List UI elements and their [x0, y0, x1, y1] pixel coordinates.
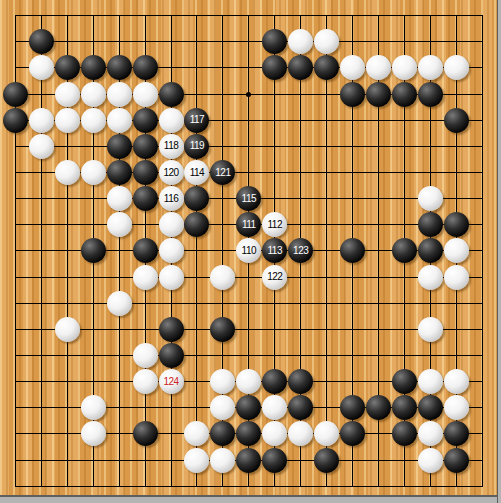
white-stone: 112 [262, 212, 287, 237]
move-number-label: 111 [242, 220, 256, 230]
white-stone [314, 29, 339, 54]
black-stone [444, 421, 469, 446]
move-number-label: 110 [242, 246, 256, 256]
go-app-window: 1171181191201141211161151111121101131231… [0, 0, 501, 503]
move-number-label: 123 [293, 246, 308, 256]
white-stone [133, 82, 158, 107]
black-stone [392, 238, 417, 263]
move-number-label: 115 [242, 194, 256, 204]
white-stone [262, 421, 287, 446]
black-stone [236, 448, 261, 473]
grid-line-horizontal [15, 277, 483, 278]
black-stone [133, 421, 158, 446]
black-stone [366, 82, 391, 107]
white-stone [133, 369, 158, 394]
white-stone [29, 134, 54, 159]
white-stone [444, 369, 469, 394]
white-stone [55, 317, 80, 342]
grid-line-vertical [482, 15, 483, 487]
black-stone [418, 395, 443, 420]
black-stone [392, 421, 417, 446]
white-stone [107, 82, 132, 107]
white-stone [55, 108, 80, 133]
move-number-label: 120 [163, 168, 178, 178]
black-stone [133, 108, 158, 133]
white-stone [288, 29, 313, 54]
white-stone: 114 [184, 160, 209, 185]
white-stone [210, 448, 235, 473]
white-stone [210, 395, 235, 420]
white-stone [159, 212, 184, 237]
go-board[interactable]: 1171181191201141211161151111121101131231… [0, 0, 501, 503]
white-stone [159, 238, 184, 263]
move-number-label: 116 [164, 194, 178, 204]
white-stone [81, 421, 106, 446]
white-stone [340, 55, 365, 80]
grid-line-horizontal [15, 355, 483, 356]
black-stone [184, 212, 209, 237]
black-stone [288, 395, 313, 420]
move-number-label: 112 [268, 220, 282, 230]
white-stone [81, 395, 106, 420]
black-stone [340, 238, 365, 263]
move-number-label: 113 [268, 246, 282, 256]
black-stone [210, 421, 235, 446]
white-stone [159, 108, 184, 133]
white-stone [210, 369, 235, 394]
star-point [246, 92, 251, 97]
white-stone: 122 [262, 265, 287, 290]
white-stone [184, 448, 209, 473]
grid-line-vertical [326, 15, 327, 487]
white-stone [81, 108, 106, 133]
white-stone [29, 108, 54, 133]
white-stone [366, 55, 391, 80]
white-stone [55, 82, 80, 107]
black-stone [159, 317, 184, 342]
black-stone [418, 212, 443, 237]
white-stone: 120 [159, 160, 184, 185]
black-stone: 117 [184, 108, 209, 133]
move-number-label: 124 [163, 377, 178, 387]
white-stone [418, 186, 443, 211]
white-stone: 118 [159, 134, 184, 159]
white-stone [314, 421, 339, 446]
black-stone [314, 448, 339, 473]
black-stone [133, 55, 158, 80]
black-stone [366, 395, 391, 420]
white-stone [159, 265, 184, 290]
black-stone [262, 448, 287, 473]
black-stone [210, 317, 235, 342]
window-frame-right [497, 0, 501, 503]
grid-line-horizontal [15, 329, 483, 330]
black-stone [159, 82, 184, 107]
black-stone [314, 55, 339, 80]
last-move-stone: 124 [159, 369, 184, 394]
white-stone: 110 [236, 238, 261, 263]
black-stone [262, 29, 287, 54]
black-stone [3, 108, 28, 133]
white-stone [418, 448, 443, 473]
move-number-label: 121 [215, 168, 230, 178]
black-stone [107, 55, 132, 80]
black-stone [3, 82, 28, 107]
black-stone [340, 82, 365, 107]
white-stone [29, 55, 54, 80]
black-stone [418, 82, 443, 107]
white-stone [262, 395, 287, 420]
window-frame-bottom [0, 495, 501, 503]
black-stone: 123 [288, 238, 313, 263]
black-stone [418, 238, 443, 263]
black-stone: 121 [210, 160, 235, 185]
white-stone [107, 212, 132, 237]
black-stone [133, 160, 158, 185]
white-stone [81, 82, 106, 107]
white-stone [418, 317, 443, 342]
white-stone [418, 369, 443, 394]
move-number-label: 117 [190, 115, 204, 125]
black-stone [444, 212, 469, 237]
white-stone [133, 343, 158, 368]
white-stone [418, 55, 443, 80]
black-stone [184, 186, 209, 211]
black-stone [81, 55, 106, 80]
white-stone [210, 265, 235, 290]
move-number-label: 114 [190, 168, 204, 178]
black-stone [236, 421, 261, 446]
black-stone [159, 343, 184, 368]
white-stone [184, 421, 209, 446]
white-stone [107, 108, 132, 133]
white-stone [236, 369, 261, 394]
move-number-label: 118 [164, 141, 178, 151]
black-stone: 113 [262, 238, 287, 263]
white-stone [107, 186, 132, 211]
black-stone: 111 [236, 212, 261, 237]
white-stone [133, 265, 158, 290]
black-stone [392, 369, 417, 394]
black-stone: 119 [184, 134, 209, 159]
black-stone [262, 55, 287, 80]
move-number-label: 122 [267, 272, 282, 282]
black-stone [262, 369, 287, 394]
white-stone [444, 265, 469, 290]
black-stone [107, 134, 132, 159]
white-stone [55, 160, 80, 185]
white-stone [288, 421, 313, 446]
black-stone [81, 238, 106, 263]
white-stone [107, 291, 132, 316]
white-stone [81, 160, 106, 185]
white-stone: 116 [159, 186, 184, 211]
white-stone [418, 265, 443, 290]
grid-line-horizontal [15, 303, 483, 304]
move-number-label: 119 [190, 141, 204, 151]
black-stone [392, 395, 417, 420]
black-stone [288, 369, 313, 394]
black-stone [288, 55, 313, 80]
black-stone [236, 395, 261, 420]
black-stone [107, 160, 132, 185]
white-stone [392, 55, 417, 80]
black-stone [55, 55, 80, 80]
black-stone [29, 29, 54, 54]
black-stone: 115 [236, 186, 261, 211]
black-stone [133, 186, 158, 211]
black-stone [392, 82, 417, 107]
grid-line-horizontal [15, 486, 483, 487]
black-stone [133, 134, 158, 159]
white-stone [444, 55, 469, 80]
black-stone [340, 421, 365, 446]
black-stone [444, 448, 469, 473]
white-stone [418, 421, 443, 446]
white-stone [444, 395, 469, 420]
white-stone [444, 238, 469, 263]
black-stone [340, 395, 365, 420]
black-stone [133, 238, 158, 263]
black-stone [444, 108, 469, 133]
